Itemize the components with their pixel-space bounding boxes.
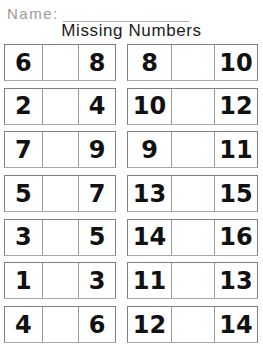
number-cell: 10	[214, 45, 257, 80]
number-cell: 7	[5, 132, 42, 167]
missing-number-cell[interactable]	[171, 45, 214, 80]
number-cell: 5	[78, 220, 115, 255]
missing-number-cell[interactable]	[42, 45, 79, 80]
sequence-row-right-7: 12 14	[127, 306, 258, 343]
number-cell: 7	[78, 176, 115, 211]
missing-number-cell[interactable]	[171, 132, 214, 167]
missing-number-cell[interactable]	[171, 220, 214, 255]
missing-number-cell[interactable]	[171, 263, 214, 298]
sequence-row-right-3: 9 11	[127, 131, 258, 168]
number-cell: 15	[214, 176, 257, 211]
number-cell: 1	[5, 263, 42, 298]
number-cell: 9	[128, 132, 171, 167]
number-cell: 11	[128, 263, 171, 298]
name-row: Name:	[0, 0, 263, 20]
number-cell: 10	[128, 89, 171, 124]
number-cell: 11	[214, 132, 257, 167]
number-cell: 9	[78, 132, 115, 167]
missing-number-cell[interactable]	[171, 307, 214, 342]
name-label: Name:	[7, 5, 59, 22]
number-cell: 12	[128, 307, 171, 342]
number-cell: 16	[214, 220, 257, 255]
number-cell: 6	[5, 45, 42, 80]
sequence-row-left-2: 2 4	[4, 88, 116, 125]
sequence-row-left-5: 3 5	[4, 219, 116, 256]
page-title: Missing Numbers	[0, 21, 263, 42]
number-cell: 4	[78, 89, 115, 124]
number-cell: 4	[5, 307, 42, 342]
missing-number-cell[interactable]	[42, 89, 79, 124]
number-cell: 5	[5, 176, 42, 211]
number-cell: 13	[128, 176, 171, 211]
missing-number-cell[interactable]	[42, 263, 79, 298]
worksheet-grid: 6 8 2 4 7 9 5 7 3 5	[0, 44, 263, 343]
missing-number-cell[interactable]	[171, 89, 214, 124]
sequence-row-right-5: 14 16	[127, 219, 258, 256]
number-cell: 8	[128, 45, 171, 80]
sequence-row-left-1: 6 8	[4, 44, 116, 81]
number-cell: 8	[78, 45, 115, 80]
missing-number-cell[interactable]	[42, 176, 79, 211]
number-cell: 13	[214, 263, 257, 298]
missing-number-cell[interactable]	[42, 307, 79, 342]
sequence-row-left-7: 4 6	[4, 306, 116, 343]
number-cell: 14	[214, 307, 257, 342]
number-cell: 12	[214, 89, 257, 124]
number-cell: 3	[5, 220, 42, 255]
sequence-row-right-1: 8 10	[127, 44, 258, 81]
right-column: 8 10 10 12 9 11 13 15 14 16	[127, 44, 258, 343]
number-cell: 2	[5, 89, 42, 124]
missing-number-cell[interactable]	[42, 220, 79, 255]
left-column: 6 8 2 4 7 9 5 7 3 5	[4, 44, 116, 343]
sequence-row-right-6: 11 13	[127, 262, 258, 299]
worksheet-page: Name: Missing Numbers 6 8 2 4 7 9 5	[0, 0, 263, 350]
missing-number-cell[interactable]	[171, 176, 214, 211]
sequence-row-right-4: 13 15	[127, 175, 258, 212]
number-cell: 3	[78, 263, 115, 298]
number-cell: 14	[128, 220, 171, 255]
sequence-row-left-3: 7 9	[4, 131, 116, 168]
missing-number-cell[interactable]	[42, 132, 79, 167]
sequence-row-right-2: 10 12	[127, 88, 258, 125]
sequence-row-left-6: 1 3	[4, 262, 116, 299]
number-cell: 6	[78, 307, 115, 342]
sequence-row-left-4: 5 7	[4, 175, 116, 212]
